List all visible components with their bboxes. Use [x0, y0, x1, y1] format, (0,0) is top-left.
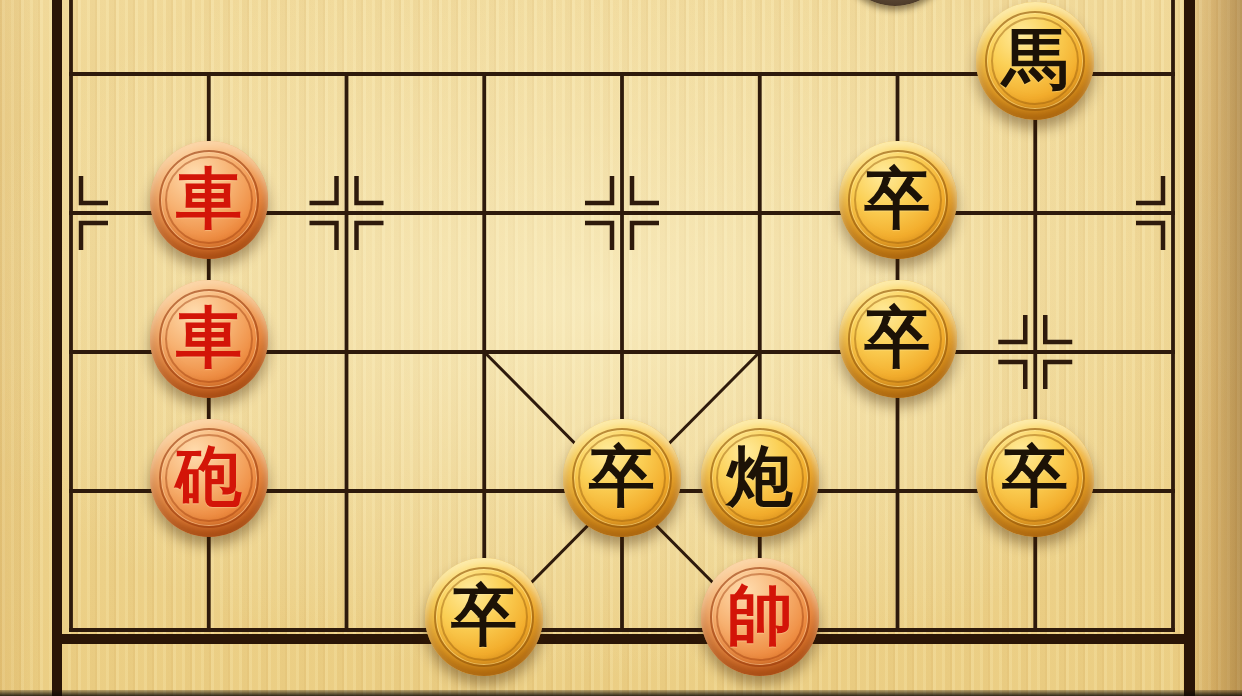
piece-red-chariot-lower[interactable]: 車 [150, 280, 268, 398]
piece-black-cannon[interactable]: 炮 [701, 419, 819, 537]
piece-glyph: 卒 [865, 165, 931, 231]
piece-red-chariot-upper[interactable]: 車 [150, 141, 268, 259]
piece-glyph: 卒 [865, 304, 931, 370]
piece-black-horse[interactable]: 馬 [976, 2, 1094, 120]
piece-glyph: 車 [176, 304, 242, 370]
piece-glyph: 炮 [727, 443, 793, 509]
piece-black-soldier-file7-rank8[interactable]: 卒 [839, 280, 957, 398]
xiangqi-board: 馬車卒車卒砲卒炮卒卒帥 [0, 0, 1242, 696]
piece-glyph: 卒 [1002, 443, 1068, 509]
piece-glyph: 馬 [1002, 26, 1068, 92]
piece-red-cannon[interactable]: 砲 [150, 419, 268, 537]
piece-red-general[interactable]: 帥 [701, 558, 819, 676]
piece-glyph: 砲 [176, 443, 242, 509]
piece-black-soldier-file4-rank10[interactable]: 卒 [425, 558, 543, 676]
piece-black-soldier-file8-rank9[interactable]: 卒 [976, 419, 1094, 537]
piece-black-soldier-file7-rank7[interactable]: 卒 [839, 141, 957, 259]
piece-glyph: 卒 [589, 443, 655, 509]
piece-glyph: 卒 [451, 582, 517, 648]
screen-bottom-edge [0, 690, 1242, 696]
piece-black-soldier-file5-rank9[interactable]: 卒 [563, 419, 681, 537]
piece-glyph: 車 [176, 165, 242, 231]
piece-glyph: 帥 [727, 582, 793, 648]
